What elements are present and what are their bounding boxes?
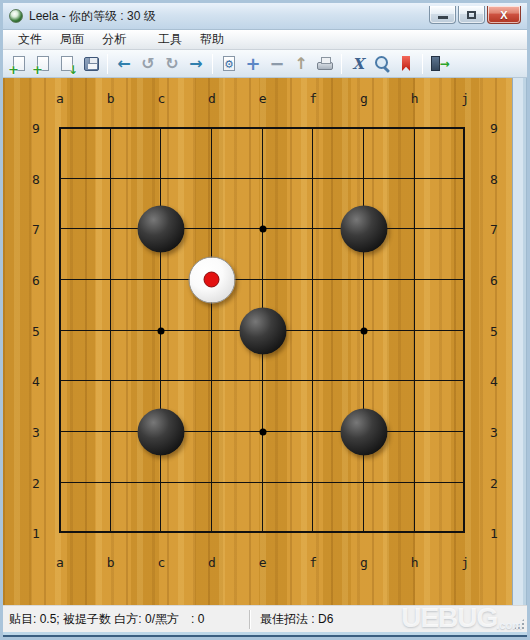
delete-button[interactable]: X [346, 52, 370, 76]
save-file-button[interactable] [79, 52, 103, 76]
new-game-button[interactable]: + [7, 52, 31, 76]
status-game-info: 贴目: 0.5; 被提子数 白方: 0/黑方 : 0 [9, 611, 249, 628]
plus-icon: + [245, 55, 260, 73]
minimize-button[interactable] [429, 6, 456, 24]
coord-label-col-top: g [360, 91, 368, 106]
coord-label-col-top: d [208, 91, 216, 106]
coord-label-row-right: 2 [490, 475, 498, 490]
app-window: Leela - 你的等级 : 30 级 X 文件 局面 分析 工具 帮助 + +… [0, 0, 530, 640]
stone-black-G3 [340, 408, 387, 455]
coord-label-col-top: e [259, 91, 267, 106]
coord-label-row-left: 5 [32, 323, 40, 338]
pass-button[interactable]: ↑ [289, 52, 313, 76]
window-right-gutter [512, 78, 527, 605]
printer-icon [317, 62, 333, 70]
star-point-e7 [259, 226, 266, 233]
step-forward-button[interactable]: → [184, 52, 208, 76]
coord-label-col-bottom: b [107, 555, 115, 570]
coord-label-col-bottom: f [309, 555, 317, 570]
coord-label-row-left: 2 [32, 475, 40, 490]
coord-label-row-right: 7 [490, 222, 498, 237]
coord-label-col-top: f [309, 91, 317, 106]
last-move-marker [204, 272, 220, 288]
coord-label-row-right: 9 [490, 121, 498, 136]
coord-label-col-bottom: d [208, 555, 216, 570]
maximize-button[interactable] [458, 6, 485, 24]
coord-label-col-top: j [461, 91, 469, 106]
page-plus-icon: + [37, 56, 49, 71]
toolbar-separator [107, 54, 108, 74]
minus-icon: − [269, 55, 284, 73]
board-row: aabbccddeeffgghhjj998877665544332211 [3, 78, 527, 605]
coord-label-col-bottom: a [56, 555, 64, 570]
coord-label-row-right: 5 [490, 323, 498, 338]
window-bottom-border [3, 632, 527, 637]
coord-label-col-bottom: g [360, 555, 368, 570]
star-point-g5 [360, 327, 367, 334]
stone-white-D6 [188, 256, 235, 303]
minimize-icon [438, 16, 448, 19]
arrow-left-icon: ← [117, 56, 130, 72]
window-title: Leela - 你的等级 : 30 级 [29, 8, 156, 25]
coord-label-col-bottom: j [461, 555, 469, 570]
resize-grip[interactable] [513, 618, 525, 630]
close-icon: X [500, 9, 507, 21]
toolbar: + + ↓ ← ↺ ↻ → ⚙ + − ↑ X → [3, 50, 527, 78]
magnifier-icon [374, 55, 391, 72]
exit-button[interactable]: → [427, 52, 451, 76]
red-bookmark-icon [402, 56, 410, 71]
floppy-disk-icon [84, 57, 99, 71]
page-open-arrow-icon: ↓ [61, 56, 73, 71]
coord-label-row-left: 8 [32, 171, 40, 186]
toolbar-separator [341, 54, 342, 74]
zoom-in-button[interactable]: + [241, 52, 265, 76]
page-plus-icon: + [13, 56, 25, 71]
coord-label-col-bottom: h [411, 555, 419, 570]
coord-label-col-bottom: c [157, 555, 165, 570]
menu-bar: 文件 局面 分析 工具 帮助 [3, 30, 527, 50]
x-mark-icon: X [352, 55, 364, 73]
menu-item-analysis[interactable]: 分析 [93, 29, 135, 50]
title-bar[interactable]: Leela - 你的等级 : 30 级 X [3, 3, 527, 30]
coord-label-row-right: 4 [490, 374, 498, 389]
coord-label-row-right: 6 [490, 272, 498, 287]
zoom-out-button[interactable]: − [265, 52, 289, 76]
coord-label-row-left: 7 [32, 222, 40, 237]
coord-label-row-right: 8 [490, 171, 498, 186]
close-button[interactable]: X [487, 6, 521, 24]
coord-label-col-bottom: e [259, 555, 267, 570]
coord-label-row-right: 3 [490, 424, 498, 439]
coord-label-col-top: b [107, 91, 115, 106]
window-controls: X [429, 6, 521, 24]
find-button[interactable] [370, 52, 394, 76]
menu-item-position[interactable]: 局面 [51, 29, 93, 50]
page-gear-icon: ⚙ [223, 56, 235, 71]
open-file-button[interactable]: ↓ [55, 52, 79, 76]
toolbar-separator [212, 54, 213, 74]
star-point-c5 [158, 327, 165, 334]
menu-item-file[interactable]: 文件 [9, 29, 51, 50]
coord-label-row-right: 1 [490, 526, 498, 541]
exit-door-icon: → [430, 56, 449, 72]
redo-button[interactable]: ↻ [160, 52, 184, 76]
coord-label-col-top: a [56, 91, 64, 106]
coord-label-row-left: 9 [32, 121, 40, 136]
coord-label-row-left: 6 [32, 272, 40, 287]
step-back-button[interactable]: ← [112, 52, 136, 76]
new-board-button[interactable]: + [31, 52, 55, 76]
menu-item-tools[interactable]: 工具 [149, 29, 191, 50]
coord-label-col-top: c [157, 91, 165, 106]
redo-arrow-icon: ↻ [165, 56, 178, 72]
maximize-icon [467, 11, 476, 19]
analyze-button[interactable]: ⚙ [217, 52, 241, 76]
bookmark-button[interactable] [394, 52, 418, 76]
stone-black-C7 [138, 206, 185, 253]
status-bar: 贴目: 0.5; 被提子数 白方: 0/黑方 : 0 最佳招法 : D6 [3, 605, 527, 632]
coord-label-col-top: h [411, 91, 419, 106]
undo-arrow-icon: ↺ [141, 56, 154, 72]
stone-black-E5 [239, 307, 286, 354]
up-arrow-icon: ↑ [294, 56, 307, 72]
go-board[interactable]: aabbccddeeffgghhjj998877665544332211 [3, 78, 512, 605]
coord-label-row-left: 4 [32, 374, 40, 389]
print-button[interactable] [313, 52, 337, 76]
app-icon [9, 9, 23, 23]
star-point-e3 [259, 428, 266, 435]
toolbar-separator [422, 54, 423, 74]
stone-black-C3 [138, 408, 185, 455]
undo-button[interactable]: ↺ [136, 52, 160, 76]
stone-black-G7 [340, 206, 387, 253]
coord-label-row-left: 3 [32, 424, 40, 439]
menu-item-help[interactable]: 帮助 [191, 29, 233, 50]
status-best-move: 最佳招法 : D6 [251, 611, 333, 628]
coord-label-row-left: 1 [32, 526, 40, 541]
arrow-right-icon: → [189, 56, 202, 72]
